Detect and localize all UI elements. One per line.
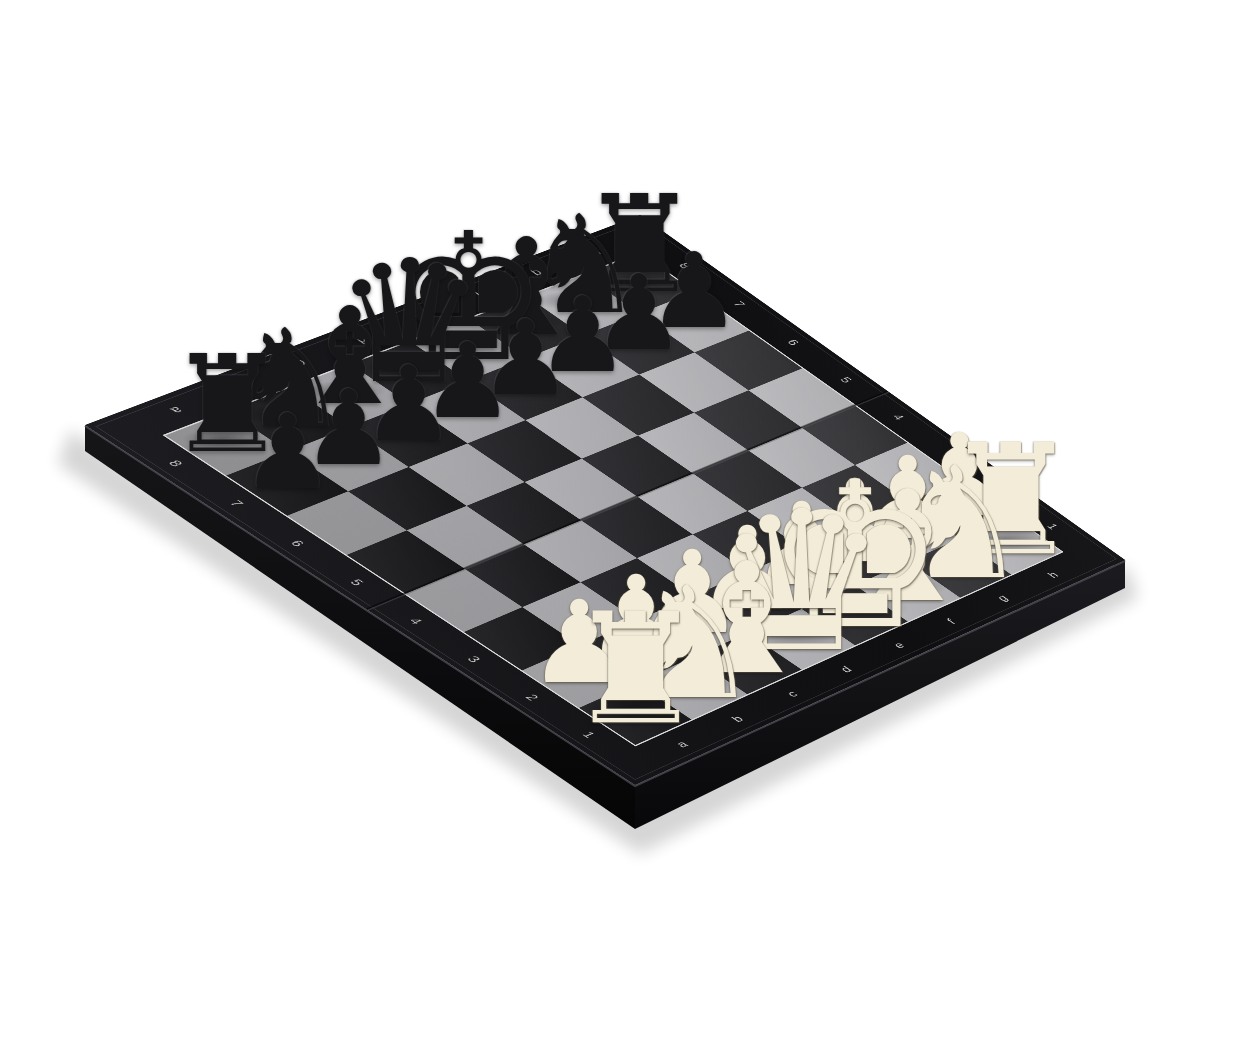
pieces-layer: ♜♞♝♛♚♝♞♜♟♟♟♟♟♟♟♟♟♟♟♟♟♟♟♟♜♞♝♛♚♝♞♜ <box>0 0 1244 1052</box>
white-rook-glyph: ♜ <box>567 593 704 746</box>
black-pawn-glyph: ♟ <box>241 401 334 505</box>
chess-set-photo: aabbccddeeffgghh1122334455667788 ♜♞♝♛♚♝♞… <box>0 0 1244 1052</box>
